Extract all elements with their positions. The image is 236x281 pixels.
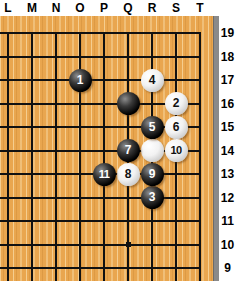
row-label: 13 xyxy=(219,167,236,181)
column-label: Q xyxy=(120,1,136,15)
row-label: 11 xyxy=(219,214,236,228)
stone-black[interactable]: 1 xyxy=(69,69,92,92)
column-label: M xyxy=(24,1,40,15)
column-label: O xyxy=(72,1,88,15)
column-label: L xyxy=(0,1,16,15)
column-label: R xyxy=(144,1,160,15)
row-label: 15 xyxy=(219,120,236,134)
row-labels: 191817161514131211109 xyxy=(219,0,236,281)
stone-white[interactable] xyxy=(141,139,164,162)
row-label: 18 xyxy=(219,50,236,64)
stone-black[interactable]: 5 xyxy=(141,116,164,139)
grid-line-horizontal xyxy=(0,56,201,58)
stone-white[interactable]: 4 xyxy=(141,69,164,92)
stone-black[interactable]: 9 xyxy=(141,163,164,186)
stone-white[interactable]: 2 xyxy=(165,92,188,115)
grid-line-horizontal xyxy=(0,244,201,246)
stone-black[interactable] xyxy=(117,92,140,115)
column-label: P xyxy=(96,1,112,15)
stone-white[interactable]: 8 xyxy=(117,163,140,186)
grid-line-horizontal xyxy=(0,220,201,222)
stone-white[interactable]: 6 xyxy=(165,116,188,139)
column-label: T xyxy=(192,1,208,15)
stone-black[interactable]: 11 xyxy=(93,163,116,186)
go-diagram-app: 1234567891011 LMNOPQRST 1918171615141312… xyxy=(0,0,236,281)
row-label: 16 xyxy=(219,97,236,111)
grid-line-horizontal xyxy=(0,32,201,34)
row-label: 9 xyxy=(219,261,236,275)
grid-line-horizontal xyxy=(0,267,201,269)
go-board[interactable]: 1234567891011 xyxy=(0,16,213,281)
row-label: 19 xyxy=(219,26,236,40)
row-label: 17 xyxy=(219,73,236,87)
stone-black[interactable]: 7 xyxy=(117,139,140,162)
stone-white[interactable]: 10 xyxy=(165,139,188,162)
grid-line-horizontal xyxy=(0,79,201,81)
row-label: 14 xyxy=(219,144,236,158)
star-point xyxy=(126,242,131,247)
column-label: N xyxy=(48,1,64,15)
row-label: 12 xyxy=(219,191,236,205)
row-label: 10 xyxy=(219,238,236,252)
column-label: S xyxy=(168,1,184,15)
grid-line-horizontal xyxy=(0,197,201,199)
column-labels: LMNOPQRST xyxy=(0,0,236,16)
stone-black[interactable]: 3 xyxy=(141,186,164,209)
